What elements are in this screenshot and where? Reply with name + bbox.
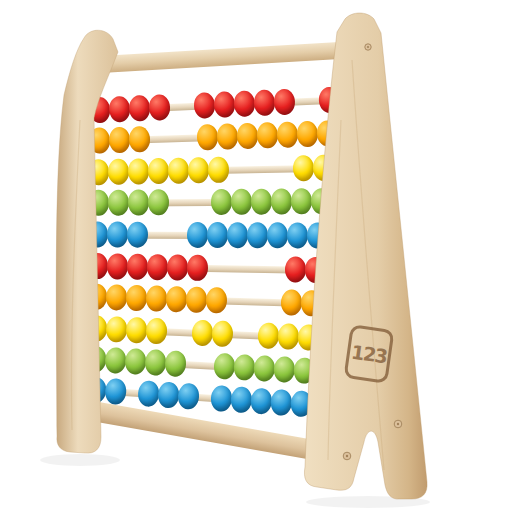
screw-icon [343, 452, 351, 460]
wooden-frame [0, 0, 510, 510]
logo-stamp-123: 123 [343, 324, 394, 384]
bottom-crossbar [84, 400, 329, 462]
abacus-board: 123 [0, 0, 510, 510]
screw-icon [365, 44, 371, 50]
left-leg [56, 30, 118, 453]
shadow-left-foot [40, 454, 120, 466]
top-handle [96, 42, 345, 74]
screw-icon [394, 420, 402, 428]
